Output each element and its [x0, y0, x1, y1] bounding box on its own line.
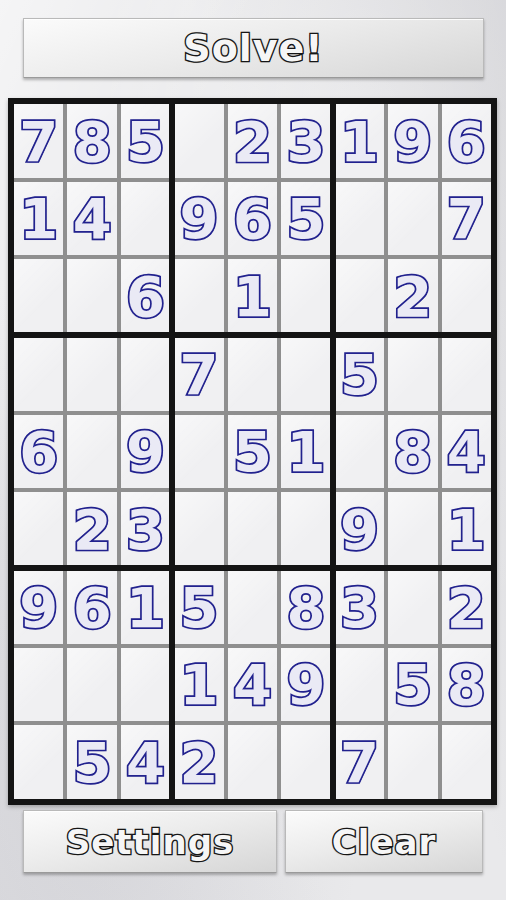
- digit: 2: [447, 580, 486, 636]
- cell-r6c8[interactable]: [388, 492, 437, 566]
- cell-r9c5[interactable]: [228, 725, 277, 799]
- cell-r5c2[interactable]: [67, 415, 116, 489]
- digit: 6: [19, 424, 58, 480]
- cell-r7c4[interactable]: 5: [174, 570, 223, 644]
- cell-r3c8[interactable]: 2: [388, 259, 437, 333]
- digit: 9: [340, 502, 379, 558]
- cell-r7c6[interactable]: 8: [281, 570, 330, 644]
- digit: 5: [393, 657, 432, 713]
- digit: 1: [233, 269, 272, 325]
- digit: 1: [126, 580, 165, 636]
- clear-button[interactable]: Clear: [285, 810, 483, 873]
- digit: 5: [340, 347, 379, 403]
- digit: 4: [73, 191, 112, 247]
- cell-r2c1[interactable]: 1: [14, 182, 63, 256]
- settings-button-label: Settings: [66, 825, 235, 859]
- digit: 1: [447, 502, 486, 558]
- digit: 7: [340, 735, 379, 791]
- cell-r2c5[interactable]: 6: [228, 182, 277, 256]
- cell-r1c8[interactable]: 9: [388, 104, 437, 178]
- cell-r8c2[interactable]: [67, 648, 116, 722]
- cell-r5c7[interactable]: [335, 415, 384, 489]
- cell-r1c3[interactable]: 5: [121, 104, 170, 178]
- digit: 6: [73, 580, 112, 636]
- cell-r9c3[interactable]: 4: [121, 725, 170, 799]
- digit: 7: [180, 347, 219, 403]
- cell-r2c4[interactable]: 9: [174, 182, 223, 256]
- cell-r4c9[interactable]: [442, 337, 491, 411]
- cell-r7c8[interactable]: [388, 570, 437, 644]
- digit: 5: [233, 424, 272, 480]
- cell-r9c8[interactable]: [388, 725, 437, 799]
- cell-r6c5[interactable]: [228, 492, 277, 566]
- digit: 2: [393, 269, 432, 325]
- cell-r8c9[interactable]: 8: [442, 648, 491, 722]
- cell-r9c7[interactable]: 7: [335, 725, 384, 799]
- cell-r6c6[interactable]: [281, 492, 330, 566]
- cell-r7c1[interactable]: 9: [14, 570, 63, 644]
- digit: 9: [19, 580, 58, 636]
- cell-r8c5[interactable]: 4: [228, 648, 277, 722]
- cell-r4c5[interactable]: [228, 337, 277, 411]
- cell-r1c1[interactable]: 7: [14, 104, 63, 178]
- cell-r8c6[interactable]: 9: [281, 648, 330, 722]
- cell-r9c9[interactable]: [442, 725, 491, 799]
- digit: 2: [233, 114, 272, 170]
- cell-r6c7[interactable]: 9: [335, 492, 384, 566]
- cell-r5c3[interactable]: 9: [121, 415, 170, 489]
- cell-r6c2[interactable]: 2: [67, 492, 116, 566]
- cell-r1c7[interactable]: 1: [335, 104, 384, 178]
- digit: 7: [19, 114, 58, 170]
- block-divider-vertical-2: [330, 104, 336, 799]
- digit: 4: [233, 657, 272, 713]
- cell-r5c6[interactable]: 1: [281, 415, 330, 489]
- cell-r7c9[interactable]: 2: [442, 570, 491, 644]
- cell-r3c5[interactable]: 1: [228, 259, 277, 333]
- digit: 8: [393, 424, 432, 480]
- cell-r3c2[interactable]: [67, 259, 116, 333]
- cell-r2c3[interactable]: [121, 182, 170, 256]
- cell-r8c7[interactable]: [335, 648, 384, 722]
- digit: 6: [447, 114, 486, 170]
- digit: 7: [447, 191, 486, 247]
- cell-r3c4[interactable]: [174, 259, 223, 333]
- digit: 2: [180, 735, 219, 791]
- cell-r8c3[interactable]: [121, 648, 170, 722]
- cell-r7c3[interactable]: 1: [121, 570, 170, 644]
- cell-r2c6[interactable]: 5: [281, 182, 330, 256]
- digit: 1: [19, 191, 58, 247]
- cell-r7c2[interactable]: 6: [67, 570, 116, 644]
- clear-button-label: Clear: [332, 825, 436, 859]
- digit: 8: [73, 114, 112, 170]
- cell-r8c1[interactable]: [14, 648, 63, 722]
- cell-r6c4[interactable]: [174, 492, 223, 566]
- cell-r3c7[interactable]: [335, 259, 384, 333]
- digit: 8: [286, 580, 325, 636]
- cell-r6c3[interactable]: 3: [121, 492, 170, 566]
- cell-r8c8[interactable]: 5: [388, 648, 437, 722]
- digit: 6: [233, 191, 272, 247]
- sudoku-cells: 7852319614965761275695184239196158321495…: [14, 104, 491, 799]
- cell-r5c8[interactable]: 8: [388, 415, 437, 489]
- digit: 5: [126, 114, 165, 170]
- cell-r1c5[interactable]: 2: [228, 104, 277, 178]
- cell-r2c7[interactable]: [335, 182, 384, 256]
- cell-r8c4[interactable]: 1: [174, 648, 223, 722]
- cell-r3c1[interactable]: [14, 259, 63, 333]
- digit: 9: [180, 191, 219, 247]
- digit: 9: [393, 114, 432, 170]
- cell-r4c7[interactable]: 5: [335, 337, 384, 411]
- settings-button[interactable]: Settings: [23, 810, 277, 873]
- cell-r7c5[interactable]: [228, 570, 277, 644]
- digit: 4: [126, 735, 165, 791]
- digit: 8: [447, 657, 486, 713]
- cell-r9c1[interactable]: [14, 725, 63, 799]
- block-divider-vertical-1: [169, 104, 175, 799]
- cell-r1c9[interactable]: 6: [442, 104, 491, 178]
- cell-r3c6[interactable]: [281, 259, 330, 333]
- cell-r6c1[interactable]: [14, 492, 63, 566]
- cell-r9c2[interactable]: 5: [67, 725, 116, 799]
- digit: 1: [180, 657, 219, 713]
- cell-r1c2[interactable]: 8: [67, 104, 116, 178]
- block-divider-horizontal-1: [14, 332, 491, 338]
- cell-r5c4[interactable]: [174, 415, 223, 489]
- cell-r2c8[interactable]: [388, 182, 437, 256]
- digit: 2: [73, 502, 112, 558]
- cell-r1c4[interactable]: [174, 104, 223, 178]
- cell-r4c6[interactable]: [281, 337, 330, 411]
- cell-r6c9[interactable]: 1: [442, 492, 491, 566]
- block-divider-horizontal-2: [14, 565, 491, 571]
- digit: 9: [286, 657, 325, 713]
- cell-r5c9[interactable]: 4: [442, 415, 491, 489]
- digit: 3: [126, 502, 165, 558]
- cell-r1c6[interactable]: 3: [281, 104, 330, 178]
- sudoku-board: 7852319614965761275695184239196158321495…: [8, 98, 497, 805]
- cell-r3c9[interactable]: [442, 259, 491, 333]
- digit: 3: [286, 114, 325, 170]
- digit: 1: [340, 114, 379, 170]
- cell-r4c2[interactable]: [67, 337, 116, 411]
- cell-r4c3[interactable]: [121, 337, 170, 411]
- cell-r9c6[interactable]: [281, 725, 330, 799]
- cell-r4c4[interactable]: 7: [174, 337, 223, 411]
- digit: 9: [126, 424, 165, 480]
- cell-r3c3[interactable]: 6: [121, 259, 170, 333]
- digit: 5: [73, 735, 112, 791]
- cell-r2c2[interactable]: 4: [67, 182, 116, 256]
- solve-button-label: Solve!: [183, 29, 323, 67]
- cell-r7c7[interactable]: 3: [335, 570, 384, 644]
- cell-r4c8[interactable]: [388, 337, 437, 411]
- digit: 6: [126, 269, 165, 325]
- cell-r2c9[interactable]: 7: [442, 182, 491, 256]
- cell-r4c1[interactable]: [14, 337, 63, 411]
- digit: 5: [180, 580, 219, 636]
- digit: 4: [447, 424, 486, 480]
- solve-button[interactable]: Solve!: [23, 18, 484, 78]
- digit: 3: [340, 580, 379, 636]
- digit: 1: [286, 424, 325, 480]
- cell-r9c4[interactable]: 2: [174, 725, 223, 799]
- digit: 5: [286, 191, 325, 247]
- cell-r5c5[interactable]: 5: [228, 415, 277, 489]
- cell-r5c1[interactable]: 6: [14, 415, 63, 489]
